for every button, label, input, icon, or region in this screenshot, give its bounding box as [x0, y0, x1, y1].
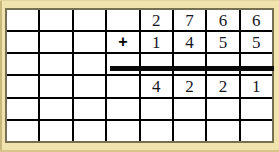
cell-r3c7	[207, 54, 238, 74]
cell-r3c2	[40, 54, 71, 74]
cell-r2c3	[74, 32, 105, 52]
cell-r2c1	[7, 32, 38, 52]
cell-r6c1	[7, 121, 38, 141]
cell-r5c2	[40, 99, 71, 119]
cell-r4c1	[7, 76, 38, 96]
frame-edge-left	[0, 0, 2, 152]
cell-r5c4	[107, 99, 138, 119]
cell-r6c7	[207, 121, 238, 141]
cell-r4c3	[74, 76, 105, 96]
cell-r4c4	[107, 76, 138, 96]
cell-r4c5: 4	[141, 76, 172, 96]
cell-r4c8: 1	[241, 76, 272, 96]
cell-r5c7	[207, 99, 238, 119]
cell-r3c5	[141, 54, 172, 74]
cell-r1c6: 7	[174, 10, 205, 30]
cell-r6c8	[241, 121, 272, 141]
cell-r3c1	[7, 54, 38, 74]
cell-r2c4: +	[107, 32, 138, 52]
cell-r1c5: 2	[141, 10, 172, 30]
cell-r5c6	[174, 99, 205, 119]
cell-r4c2	[40, 76, 71, 96]
sum-line	[110, 66, 274, 71]
cell-r2c8: 5	[241, 32, 272, 52]
cell-r2c6: 4	[174, 32, 205, 52]
cell-r1c8: 6	[241, 10, 272, 30]
cell-r5c1	[7, 99, 38, 119]
cell-r2c7: 5	[207, 32, 238, 52]
cell-r6c5	[141, 121, 172, 141]
cell-r5c5	[141, 99, 172, 119]
cell-r1c2	[40, 10, 71, 30]
frame-edge-top	[0, 0, 279, 1]
cell-r6c3	[74, 121, 105, 141]
cell-r3c8	[241, 54, 272, 74]
cell-r2c5: 1	[141, 32, 172, 52]
cell-r1c7: 6	[207, 10, 238, 30]
cell-r6c6	[174, 121, 205, 141]
cell-r3c4	[107, 54, 138, 74]
cell-r4c7: 2	[207, 76, 238, 96]
cell-r3c3	[74, 54, 105, 74]
cell-r2c2	[40, 32, 71, 52]
cell-r4c6: 2	[174, 76, 205, 96]
cell-r1c1	[7, 10, 38, 30]
cell-r3c6	[174, 54, 205, 74]
cell-r5c8	[241, 99, 272, 119]
frame-edge-bottom	[0, 150, 279, 152]
cell-r1c4	[107, 10, 138, 30]
cell-r1c3	[74, 10, 105, 30]
addition-grid: 2766+14554221	[5, 8, 274, 143]
cell-r6c2	[40, 121, 71, 141]
cell-r5c3	[74, 99, 105, 119]
cell-r6c4	[107, 121, 138, 141]
